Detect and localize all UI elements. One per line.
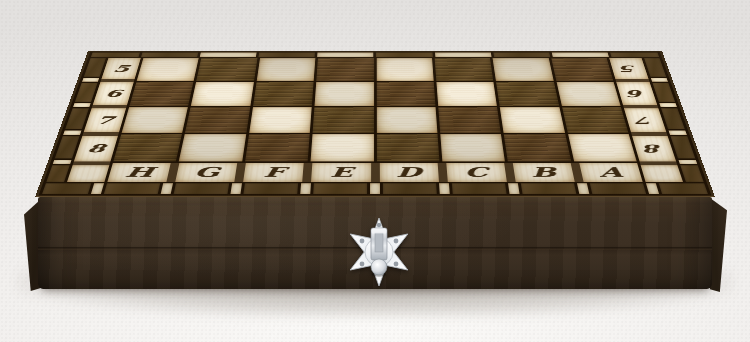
square-h6 <box>129 82 193 106</box>
square-e8 <box>311 134 374 161</box>
border-strip-far <box>91 52 659 57</box>
file-label-g: G <box>175 163 237 182</box>
border-cell <box>678 160 697 165</box>
rank-label-right-7: 7 <box>624 108 666 132</box>
square-g6 <box>191 82 254 106</box>
border-cell <box>141 52 198 57</box>
border-cell <box>73 103 91 107</box>
square-h5 <box>137 58 199 81</box>
square-d5 <box>376 58 433 81</box>
square-h8 <box>113 134 182 161</box>
border-cell <box>370 183 380 194</box>
rank-label-left-7: 7 <box>84 108 126 132</box>
border-cell <box>646 183 659 194</box>
border-cell <box>651 78 668 82</box>
rivet-hole <box>394 239 399 244</box>
border-cell <box>508 183 519 194</box>
square-a8 <box>568 134 637 161</box>
border-cell <box>383 183 437 194</box>
square-a6 <box>556 82 620 106</box>
file-label-h: H <box>107 163 171 182</box>
square-c8 <box>440 134 505 161</box>
corner-cell <box>67 165 109 182</box>
border-cell <box>91 52 140 57</box>
file-label-a: A <box>579 163 643 182</box>
border-cell <box>661 108 685 129</box>
rank-label-right-6: 6 <box>616 82 657 104</box>
border-cell <box>231 183 242 194</box>
corner-cell <box>641 165 683 182</box>
border-cell <box>590 183 647 194</box>
border-cell <box>173 183 229 194</box>
border-cell <box>104 183 161 194</box>
latch-hasp <box>371 228 387 260</box>
border-cell <box>610 52 659 57</box>
square-f5 <box>257 58 316 81</box>
square-e7 <box>313 107 374 133</box>
border-cell <box>659 183 708 194</box>
file-label-b: B <box>513 163 575 182</box>
border-cell <box>243 183 298 194</box>
square-c5 <box>435 58 494 81</box>
rank-label-left-5: 5 <box>101 58 140 79</box>
border-cell <box>680 165 703 182</box>
backdrop: 56785678HGFEDCBA <box>0 0 750 342</box>
rank-label-right-8: 8 <box>632 136 676 162</box>
square-b6 <box>496 82 559 106</box>
square-b7 <box>500 107 565 133</box>
border-cell <box>313 183 367 194</box>
square-d8 <box>376 134 439 161</box>
border-cell <box>669 130 687 134</box>
rank-label-left-8: 8 <box>74 136 118 162</box>
border-cell <box>439 183 449 194</box>
square-d7 <box>376 107 437 133</box>
rank-label-right-5: 5 <box>609 58 648 79</box>
rivet-hole <box>360 262 365 267</box>
file-labels: HGFEDCBA <box>107 163 642 182</box>
rank-label-left-6: 6 <box>93 82 134 104</box>
border-cell <box>644 58 666 76</box>
board: 56785678HGFEDCBA <box>35 51 715 197</box>
border-cell <box>452 183 507 194</box>
border-cell <box>259 52 316 57</box>
square-f7 <box>249 107 312 133</box>
border-cell <box>552 52 609 57</box>
square-b8 <box>504 134 571 161</box>
file-label-e: E <box>311 163 370 182</box>
file-label-f: F <box>243 163 304 182</box>
border-cell <box>300 183 310 194</box>
border-cell <box>493 52 550 57</box>
rivet-hole <box>394 262 399 267</box>
file-label-d: D <box>379 163 438 182</box>
file-label-c: C <box>446 163 507 182</box>
border-cell <box>53 160 72 165</box>
border-cell <box>161 183 173 194</box>
square-b5 <box>493 58 554 81</box>
square-d6 <box>376 82 435 106</box>
square-a7 <box>562 107 629 133</box>
square-h7 <box>122 107 189 133</box>
border-cell <box>435 52 492 57</box>
box-lid-top: 56785678HGFEDCBA <box>35 47 715 197</box>
square-g5 <box>197 58 258 81</box>
rivet-hole <box>360 239 365 244</box>
border-cell <box>91 183 104 194</box>
square-f8 <box>245 134 310 161</box>
latch-ball-catch <box>371 259 387 275</box>
square-a5 <box>551 58 613 81</box>
border-cell <box>200 52 257 57</box>
border-cell <box>317 52 373 57</box>
border-cell <box>659 103 677 107</box>
border-cell <box>82 78 99 82</box>
border-strip-near <box>42 183 708 194</box>
latch-icon <box>348 216 410 288</box>
square-g7 <box>185 107 250 133</box>
square-g8 <box>179 134 246 161</box>
square-c7 <box>438 107 501 133</box>
border-cell <box>577 183 589 194</box>
border-cell <box>376 52 432 57</box>
square-f6 <box>253 82 314 106</box>
border-cell <box>63 130 81 134</box>
square-e6 <box>315 82 374 106</box>
square-e5 <box>316 58 373 81</box>
border-cell <box>42 183 91 194</box>
border-cell <box>46 165 69 182</box>
border-cell <box>521 183 577 194</box>
border-cell <box>652 83 675 103</box>
rivet-hole <box>377 223 381 227</box>
square-c6 <box>436 82 497 106</box>
